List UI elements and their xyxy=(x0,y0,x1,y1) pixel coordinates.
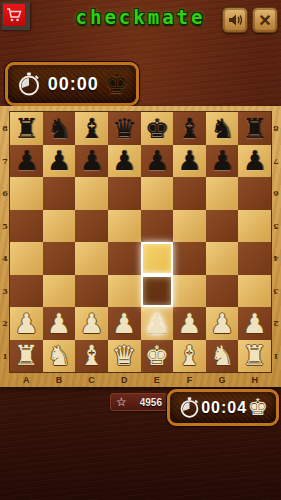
piece-black-bishop-c8[interactable]: ♝ xyxy=(79,115,103,142)
square-c7[interactable]: ♟ xyxy=(75,145,108,178)
piece-white-pawn-g2[interactable]: ♟ xyxy=(210,310,234,337)
square-c4[interactable] xyxy=(75,242,108,275)
square-f1[interactable]: ♝ xyxy=(173,340,206,373)
piece-black-pawn-f7[interactable]: ♟ xyxy=(177,147,201,174)
square-f3[interactable] xyxy=(173,275,206,308)
square-c3[interactable] xyxy=(75,275,108,308)
piece-white-knight-b1[interactable]: ♞ xyxy=(47,342,71,369)
square-g8[interactable]: ♞ xyxy=(206,112,239,145)
piece-white-knight-g1[interactable]: ♞ xyxy=(210,342,234,369)
square-b1[interactable]: ♞ xyxy=(43,340,76,373)
square-c6[interactable] xyxy=(75,177,108,210)
square-b2[interactable]: ♟ xyxy=(43,307,76,340)
file-labels-bottom: ABCDEFGH xyxy=(10,373,271,386)
square-e1[interactable]: ♚ xyxy=(141,340,174,373)
star-icon: ☆ xyxy=(116,396,127,408)
square-e4[interactable] xyxy=(141,242,174,275)
score-chip: ☆ 4956 xyxy=(110,393,168,411)
square-d7[interactable]: ♟ xyxy=(108,145,141,178)
piece-white-pawn-d2[interactable]: ♟ xyxy=(112,310,136,337)
square-d5[interactable] xyxy=(108,210,141,243)
square-a5[interactable] xyxy=(10,210,43,243)
square-a1[interactable]: ♜ xyxy=(10,340,43,373)
black-timer-panel: 00:00 ♚ xyxy=(5,62,139,106)
piece-white-pawn-f2[interactable]: ♟ xyxy=(177,310,201,337)
square-e3[interactable] xyxy=(141,275,174,308)
piece-white-rook-h1[interactable]: ♜ xyxy=(243,342,267,369)
white-king-icon: ♚ xyxy=(247,396,268,419)
square-h6[interactable] xyxy=(238,177,271,210)
piece-black-pawn-a7[interactable]: ♟ xyxy=(14,147,38,174)
square-c5[interactable] xyxy=(75,210,108,243)
piece-black-pawn-g7[interactable]: ♟ xyxy=(210,147,234,174)
square-h2[interactable]: ♟ xyxy=(238,307,271,340)
piece-white-rook-a1[interactable]: ♜ xyxy=(14,342,38,369)
square-a2[interactable]: ♟ xyxy=(10,307,43,340)
square-e8[interactable]: ♚ xyxy=(141,112,174,145)
rank-labels-left: 87654321 xyxy=(0,112,10,372)
square-b4[interactable] xyxy=(43,242,76,275)
square-d3[interactable] xyxy=(108,275,141,308)
square-f8[interactable]: ♝ xyxy=(173,112,206,145)
square-d4[interactable] xyxy=(108,242,141,275)
square-g3[interactable] xyxy=(206,275,239,308)
piece-black-knight-b8[interactable]: ♞ xyxy=(47,115,71,142)
black-timer-value: 00:00 xyxy=(42,74,105,95)
stopwatch-icon xyxy=(178,396,201,419)
square-h3[interactable] xyxy=(238,275,271,308)
square-d2[interactable]: ♟ xyxy=(108,307,141,340)
square-d1[interactable]: ♛ xyxy=(108,340,141,373)
piece-white-pawn-a2[interactable]: ♟ xyxy=(14,310,38,337)
piece-white-queen-d1[interactable]: ♛ xyxy=(112,342,136,369)
square-h8[interactable]: ♜ xyxy=(238,112,271,145)
square-e7[interactable]: ♟ xyxy=(141,145,174,178)
square-e5[interactable] xyxy=(141,210,174,243)
board-squares: ♜♞♝♛♚♝♞♜♟♟♟♟♟♟♟♟♟♟♟♟♟♟♟♟♜♞♝♛♚♝♞♜ xyxy=(10,112,271,372)
square-a4[interactable] xyxy=(10,242,43,275)
piece-white-pawn-c2[interactable]: ♟ xyxy=(79,310,103,337)
white-timer-panel: 00:04 ♚ xyxy=(167,389,279,426)
stopwatch-icon xyxy=(16,71,42,97)
piece-black-bishop-f8[interactable]: ♝ xyxy=(177,115,201,142)
chess-board: 87654321 87654321 ABCDEFGH ♜♞♝♛♚♝♞♜♟♟♟♟♟… xyxy=(0,106,281,387)
square-b8[interactable]: ♞ xyxy=(43,112,76,145)
square-g1[interactable]: ♞ xyxy=(206,340,239,373)
square-h1[interactable]: ♜ xyxy=(238,340,271,373)
square-f7[interactable]: ♟ xyxy=(173,145,206,178)
piece-black-pawn-b7[interactable]: ♟ xyxy=(47,147,71,174)
piece-white-bishop-c1[interactable]: ♝ xyxy=(79,342,103,369)
piece-black-rook-a8[interactable]: ♜ xyxy=(14,115,38,142)
score-value: 4956 xyxy=(140,397,162,408)
square-b5[interactable] xyxy=(43,210,76,243)
white-timer-value: 00:04 xyxy=(201,399,247,417)
close-button[interactable]: ✕ xyxy=(252,7,278,33)
square-h5[interactable] xyxy=(238,210,271,243)
piece-white-bishop-f1[interactable]: ♝ xyxy=(177,342,201,369)
square-h4[interactable] xyxy=(238,242,271,275)
square-d8[interactable]: ♛ xyxy=(108,112,141,145)
square-f4[interactable] xyxy=(173,242,206,275)
square-b6[interactable] xyxy=(43,177,76,210)
square-g4[interactable] xyxy=(206,242,239,275)
square-f6[interactable] xyxy=(173,177,206,210)
square-a7[interactable]: ♟ xyxy=(10,145,43,178)
piece-black-rook-h8[interactable]: ♜ xyxy=(243,115,267,142)
piece-black-pawn-c7[interactable]: ♟ xyxy=(79,147,103,174)
piece-white-pawn-b2[interactable]: ♟ xyxy=(47,310,71,337)
black-king-icon: ♚ xyxy=(105,71,128,97)
square-d6[interactable] xyxy=(108,177,141,210)
sound-button[interactable] xyxy=(222,7,248,33)
square-g2[interactable]: ♟ xyxy=(206,307,239,340)
piece-white-pawn-e2[interactable]: ♟ xyxy=(145,310,169,337)
square-g6[interactable] xyxy=(206,177,239,210)
square-a3[interactable] xyxy=(10,275,43,308)
app-screen: checkmate ✕ 00:00 ♚ 87654321 87654321 AB… xyxy=(0,0,281,500)
square-f2[interactable]: ♟ xyxy=(173,307,206,340)
piece-black-pawn-d7[interactable]: ♟ xyxy=(112,147,136,174)
square-h7[interactable]: ♟ xyxy=(238,145,271,178)
piece-black-pawn-h7[interactable]: ♟ xyxy=(243,147,267,174)
square-b3[interactable] xyxy=(43,275,76,308)
piece-white-king-e1[interactable]: ♚ xyxy=(145,342,169,369)
piece-black-queen-d8[interactable]: ♛ xyxy=(112,115,136,142)
square-g7[interactable]: ♟ xyxy=(206,145,239,178)
square-f5[interactable] xyxy=(173,210,206,243)
square-c2[interactable]: ♟ xyxy=(75,307,108,340)
square-e2[interactable]: ♟ xyxy=(141,307,174,340)
square-e6[interactable] xyxy=(141,177,174,210)
square-g5[interactable] xyxy=(206,210,239,243)
piece-black-king-e8[interactable]: ♚ xyxy=(145,115,169,142)
piece-black-pawn-e7[interactable]: ♟ xyxy=(145,147,169,174)
piece-black-knight-g8[interactable]: ♞ xyxy=(210,115,234,142)
close-icon: ✕ xyxy=(258,11,271,30)
square-a8[interactable]: ♜ xyxy=(10,112,43,145)
rank-labels-right: 87654321 xyxy=(271,112,281,372)
square-b7[interactable]: ♟ xyxy=(43,145,76,178)
square-c1[interactable]: ♝ xyxy=(75,340,108,373)
piece-white-pawn-h2[interactable]: ♟ xyxy=(243,310,267,337)
square-a6[interactable] xyxy=(10,177,43,210)
speaker-icon xyxy=(227,12,243,28)
square-c8[interactable]: ♝ xyxy=(75,112,108,145)
